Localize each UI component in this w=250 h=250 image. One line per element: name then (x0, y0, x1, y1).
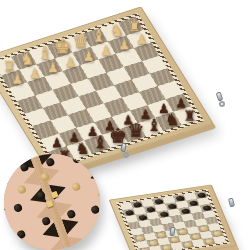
backgammon-point (4, 219, 15, 239)
backgammon-board (4, 154, 100, 250)
black-rook: ♜ (183, 109, 196, 123)
black-bishop: ♝ (93, 134, 108, 151)
white-pawn: ♟ (12, 73, 24, 86)
white-pawn: ♟ (47, 61, 59, 74)
clasp-ring (219, 101, 225, 107)
checkers-square (213, 236, 226, 244)
chess-board: ♜♞♝♚♛♝♞♜♟♟♟♟♟♟♟♟♟♟♟♟♟♟♟♟♜♞♝♚♛♝♞♜ (0, 6, 214, 175)
checkers-border-ribbon (116, 189, 230, 250)
white-pawn: ♟ (101, 44, 113, 57)
backgammon-point (4, 202, 8, 222)
tan-checker (204, 239, 214, 245)
folded-checkers-board (109, 184, 237, 250)
product-photo: ♜♞♝♚♛♝♞♜♟♟♟♟♟♟♟♟♟♟♟♟♟♟♟♟♜♞♝♚♛♝♞♜ (0, 0, 250, 250)
white-pawn: ♟ (65, 56, 77, 69)
backgammon-point (94, 183, 100, 203)
black-knight: ♞ (165, 112, 179, 128)
black-queen: ♛ (127, 121, 144, 140)
white-pawn: ♟ (83, 50, 95, 63)
checkers-grid (120, 191, 227, 250)
white-king: ♚ (54, 36, 72, 56)
backgammon-inset (4, 154, 100, 250)
clasp-ring (123, 152, 129, 158)
white-queen: ♛ (72, 32, 89, 51)
clasp-latch (228, 198, 235, 208)
black-knight: ♞ (75, 141, 89, 157)
tan-checker (183, 242, 193, 248)
white-pawn: ♟ (136, 33, 148, 46)
white-pawn: ♟ (119, 39, 131, 52)
white-bishop: ♝ (91, 28, 106, 45)
black-bishop: ♝ (146, 117, 161, 134)
white-pawn: ♟ (29, 67, 41, 80)
tan-checker (161, 245, 171, 250)
